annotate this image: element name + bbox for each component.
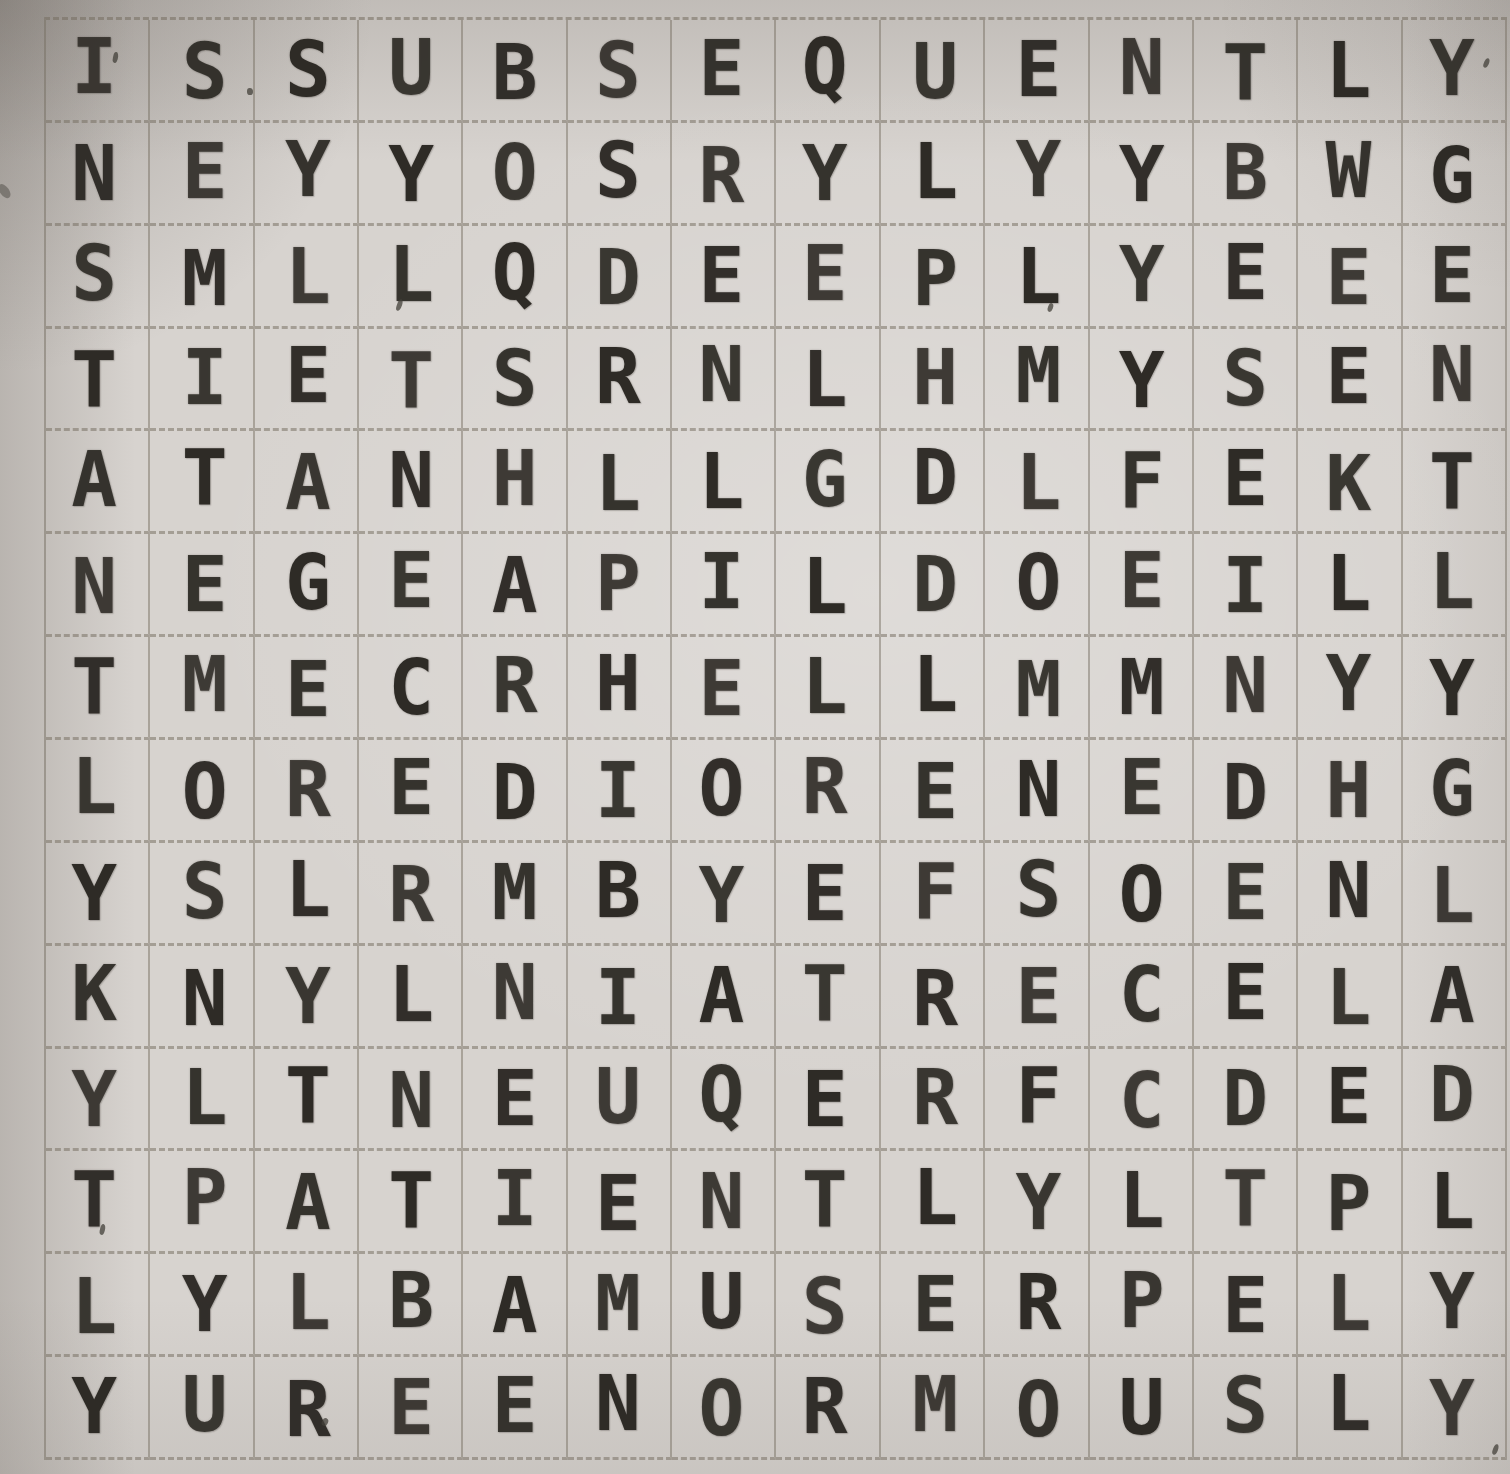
grid-cell[interactable]: Q xyxy=(776,20,880,123)
grid-cell[interactable]: T xyxy=(150,431,254,534)
grid-cell[interactable]: H xyxy=(463,431,567,534)
grid-cell[interactable]: E xyxy=(881,740,985,843)
grid-letter: N xyxy=(388,443,434,519)
grid-cell[interactable]: A xyxy=(255,431,359,534)
grid-letter: M xyxy=(1119,650,1165,726)
grid-letter: E xyxy=(802,236,848,312)
grid-letter: N xyxy=(71,136,117,212)
grid-cell[interactable]: A xyxy=(46,431,150,534)
grid-cell[interactable]: E xyxy=(568,1151,672,1254)
grid-cell[interactable]: R xyxy=(255,1357,359,1460)
grid-letter: Q xyxy=(698,1057,744,1133)
grid-cell[interactable]: D xyxy=(463,740,567,843)
grid-cell[interactable]: L xyxy=(46,740,150,843)
grid-cell[interactable]: M xyxy=(463,843,567,946)
grid-cell[interactable]: I xyxy=(568,946,672,1049)
grid-letter: Q xyxy=(492,235,538,311)
grid-cell[interactable]: E xyxy=(1194,946,1298,1049)
grid-letter: L xyxy=(1016,445,1062,521)
grid-cell[interactable]: P xyxy=(150,1151,254,1254)
grid-cell[interactable]: S xyxy=(46,226,150,329)
grid-cell[interactable]: Y xyxy=(1403,1357,1507,1460)
grid-letter: Y xyxy=(182,1267,228,1343)
grid-cell[interactable]: R xyxy=(255,740,359,843)
grid-cell[interactable]: R xyxy=(359,843,463,946)
grid-cell[interactable]: E xyxy=(1194,1254,1298,1357)
grid-cell[interactable]: L xyxy=(776,534,880,637)
grid-cell[interactable]: T xyxy=(46,1151,150,1254)
grid-cell[interactable]: Y xyxy=(255,946,359,1049)
grid-cell[interactable]: F xyxy=(881,843,985,946)
grid-letter: L xyxy=(912,1160,958,1236)
grid-letter: M xyxy=(492,855,538,931)
grid-cell[interactable]: N xyxy=(985,740,1089,843)
grid-cell[interactable]: S xyxy=(150,843,254,946)
grid-letter: B xyxy=(1222,135,1268,211)
grid-cell[interactable]: E xyxy=(1194,431,1298,534)
grid-cell[interactable]: L xyxy=(1298,1254,1402,1357)
grid-cell[interactable]: N xyxy=(359,431,463,534)
grid-cell[interactable]: L xyxy=(255,1254,359,1357)
grid-cell[interactable]: U xyxy=(881,20,985,123)
grid-letter: Y xyxy=(71,1062,117,1138)
grid-cell[interactable]: F xyxy=(1090,431,1194,534)
grid-letter: F xyxy=(912,854,958,930)
grid-cell[interactable]: D xyxy=(881,431,985,534)
grid-letter: M xyxy=(595,1266,641,1342)
grid-cell[interactable]: L xyxy=(1403,1151,1507,1254)
grid-letter: L xyxy=(1326,960,1372,1036)
grid-letter: E xyxy=(1222,855,1268,931)
grid-letter: T xyxy=(1222,1161,1268,1237)
grid-letter: I xyxy=(71,29,117,105)
grid-cell[interactable]: M xyxy=(150,226,254,329)
grid-letter: A xyxy=(71,442,117,518)
grid-cell[interactable]: R xyxy=(776,740,880,843)
grid-cell[interactable]: E xyxy=(672,637,776,740)
grid-letter: L xyxy=(912,134,958,210)
grid-cell[interactable]: L xyxy=(1298,534,1402,637)
grid-cell[interactable]: L xyxy=(359,226,463,329)
grid-letter: A xyxy=(492,548,538,624)
grid-cell[interactable]: N xyxy=(46,123,150,226)
grid-cell[interactable]: A xyxy=(463,1254,567,1357)
grid-letter: T xyxy=(802,1162,848,1238)
grid-cell[interactable]: I xyxy=(672,534,776,637)
grid-cell[interactable]: Q xyxy=(672,1049,776,1152)
grid-cell[interactable]: B xyxy=(359,1254,463,1357)
grid-letter: I xyxy=(182,340,228,416)
grid-cell[interactable]: N xyxy=(672,1151,776,1254)
grid-letter: O xyxy=(698,751,744,827)
grid-cell[interactable]: M xyxy=(881,1357,985,1460)
grid-cell[interactable]: Q xyxy=(463,226,567,329)
grid-cell[interactable]: Y xyxy=(255,123,359,226)
grid-cell[interactable]: D xyxy=(1194,1049,1298,1152)
grid-letter: Y xyxy=(698,858,744,934)
grid-cell[interactable]: C xyxy=(1090,1049,1194,1152)
grid-cell[interactable]: U xyxy=(1090,1357,1194,1460)
grid-cell[interactable]: T xyxy=(1194,1151,1298,1254)
grid-cell[interactable]: E xyxy=(359,534,463,637)
grid-cell[interactable]: H xyxy=(881,329,985,432)
grid-letter: E xyxy=(912,754,958,830)
grid-cell[interactable]: R xyxy=(881,946,985,1049)
grid-cell[interactable]: S xyxy=(1194,329,1298,432)
grid-letter: L xyxy=(388,957,434,1033)
grid-cell[interactable]: M xyxy=(985,637,1089,740)
grid-cell[interactable]: C xyxy=(359,637,463,740)
grid-cell[interactable]: E xyxy=(150,534,254,637)
grid-cell[interactable]: N xyxy=(46,534,150,637)
grid-letter: E xyxy=(285,338,331,414)
grid-letter: A xyxy=(698,958,744,1034)
grid-cell[interactable]: Y xyxy=(46,843,150,946)
grid-cell[interactable]: I xyxy=(46,20,150,123)
grid-cell[interactable]: O xyxy=(463,123,567,226)
grid-cell[interactable]: B xyxy=(463,20,567,123)
grid-letter: Y xyxy=(1119,137,1165,213)
grid-letter: T xyxy=(802,956,848,1032)
grid-cell[interactable]: N xyxy=(463,946,567,1049)
grid-cell[interactable]: Y xyxy=(1298,637,1402,740)
grid-letter: L xyxy=(802,649,848,725)
grid-cell[interactable]: R xyxy=(463,637,567,740)
grid-letter: I xyxy=(1222,548,1268,624)
grid-cell[interactable]: Y xyxy=(1403,637,1507,740)
grid-letter: E xyxy=(698,31,744,107)
grid-cell[interactable]: F xyxy=(985,1049,1089,1152)
grid-cell[interactable]: L xyxy=(568,431,672,534)
grid-cell[interactable]: A xyxy=(672,946,776,1049)
grid-cell[interactable]: E xyxy=(463,1357,567,1460)
grid-cell[interactable]: L xyxy=(881,123,985,226)
grid-cell[interactable]: E xyxy=(359,740,463,843)
grid-cell[interactable]: E xyxy=(255,329,359,432)
grid-cell[interactable]: E xyxy=(672,20,776,123)
grid-cell[interactable]: L xyxy=(985,431,1089,534)
grid-letter: E xyxy=(492,1061,538,1137)
grid-cell[interactable]: T xyxy=(46,637,150,740)
grid-letter: A xyxy=(285,1165,331,1241)
grid-cell[interactable]: Y xyxy=(46,1049,150,1152)
grid-cell[interactable]: L xyxy=(776,637,880,740)
grid-cell[interactable]: Y xyxy=(776,123,880,226)
grid-cell[interactable]: P xyxy=(568,534,672,637)
grid-cell[interactable]: L xyxy=(1298,1357,1402,1460)
grid-cell[interactable]: Y xyxy=(359,123,463,226)
grid-cell[interactable]: E xyxy=(1194,843,1298,946)
grid-cell[interactable]: S xyxy=(1194,1357,1298,1460)
grid-cell[interactable]: N xyxy=(568,1357,672,1460)
grid-cell[interactable]: O xyxy=(1090,843,1194,946)
grid-cell[interactable]: E xyxy=(776,226,880,329)
grid-letter: O xyxy=(492,135,538,211)
grid-cell[interactable]: T xyxy=(1403,431,1507,534)
grid-cell[interactable]: S xyxy=(255,20,359,123)
grid-cell[interactable]: L xyxy=(150,1049,254,1152)
grid-cell[interactable]: Y xyxy=(150,1254,254,1357)
grid-cell[interactable]: R xyxy=(985,1254,1089,1357)
grid-letter: G xyxy=(1429,751,1475,827)
ink-speck xyxy=(247,88,253,95)
grid-cell[interactable]: E xyxy=(672,226,776,329)
grid-cell[interactable]: E xyxy=(463,1049,567,1152)
grid-letter: C xyxy=(388,650,434,726)
grid-cell[interactable]: N xyxy=(359,1049,463,1152)
grid-cell[interactable]: P xyxy=(1090,1254,1194,1357)
grid-cell[interactable]: P xyxy=(1298,1151,1402,1254)
grid-cell[interactable]: O xyxy=(985,534,1089,637)
grid-cell[interactable]: R xyxy=(672,123,776,226)
grid-cell[interactable]: G xyxy=(776,431,880,534)
grid-letter: T xyxy=(388,343,434,419)
grid-cell[interactable]: E xyxy=(255,637,359,740)
grid-letter: P xyxy=(1119,1263,1165,1339)
grid-letter: Y xyxy=(71,1369,117,1445)
grid-cell[interactable]: Y xyxy=(1090,329,1194,432)
grid-letter: R xyxy=(912,961,958,1037)
grid-cell[interactable]: N xyxy=(1090,20,1194,123)
grid-cell[interactable]: L xyxy=(255,843,359,946)
grid-cell[interactable]: Y xyxy=(1090,123,1194,226)
grid-cell[interactable]: Y xyxy=(672,843,776,946)
grid-cell[interactable]: Y xyxy=(985,1151,1089,1254)
grid-cell[interactable]: T xyxy=(776,946,880,1049)
grid-letter: I xyxy=(595,753,641,829)
grid-letter: A xyxy=(285,445,331,521)
grid-letter: E xyxy=(912,1267,958,1343)
grid-cell[interactable]: T xyxy=(46,329,150,432)
grid-cell[interactable]: U xyxy=(672,1254,776,1357)
grid-letter: A xyxy=(492,1268,538,1344)
grid-cell[interactable]: E xyxy=(1194,226,1298,329)
grid-cell[interactable]: L xyxy=(672,431,776,534)
grid-letter: T xyxy=(71,342,117,418)
grid-cell[interactable]: T xyxy=(776,1151,880,1254)
grid-cell[interactable]: L xyxy=(255,226,359,329)
grid-letter: R xyxy=(595,339,641,415)
grid-cell[interactable]: S xyxy=(985,843,1089,946)
grid-cell[interactable]: Y xyxy=(46,1357,150,1460)
grid-letter: S xyxy=(802,1269,848,1345)
grid-letter: N xyxy=(1326,853,1372,929)
grid-letter: S xyxy=(285,32,331,108)
grid-letter: M xyxy=(1016,652,1062,728)
grid-cell[interactable]: Y xyxy=(1090,226,1194,329)
grid-cell[interactable]: L xyxy=(776,329,880,432)
grid-cell[interactable]: L xyxy=(46,1254,150,1357)
grid-letter: R xyxy=(912,1060,958,1136)
grid-cell[interactable]: T xyxy=(1194,20,1298,123)
grid-letter: L xyxy=(1326,1266,1372,1342)
grid-letter: R xyxy=(492,648,538,724)
grid-cell[interactable]: T xyxy=(359,329,463,432)
grid-cell[interactable]: O xyxy=(672,740,776,843)
grid-letter: Y xyxy=(1429,1371,1475,1447)
grid-letter: R xyxy=(802,1369,848,1445)
grid-cell[interactable]: E xyxy=(1298,329,1402,432)
grid-letter: L xyxy=(595,446,641,522)
grid-cell[interactable]: G xyxy=(1403,123,1507,226)
grid-letter: N xyxy=(1016,752,1062,828)
grid-letter: L xyxy=(1429,1164,1475,1240)
grid-letter: L xyxy=(71,1269,117,1345)
grid-letter: E xyxy=(698,238,744,314)
grid-cell[interactable]: E xyxy=(1298,226,1402,329)
grid-cell[interactable]: E xyxy=(776,843,880,946)
grid-letter: S xyxy=(182,854,228,930)
grid-cell[interactable]: S xyxy=(150,20,254,123)
grid-letter: W xyxy=(1326,133,1372,209)
grid-cell[interactable]: Y xyxy=(1403,20,1507,123)
grid-letter: U xyxy=(698,1264,744,1340)
grid-letter: Y xyxy=(1429,651,1475,727)
grid-letter: G xyxy=(285,545,331,621)
grid-cell[interactable]: D xyxy=(568,226,672,329)
grid-cell[interactable]: U xyxy=(359,20,463,123)
grid-cell[interactable]: W xyxy=(1298,123,1402,226)
grid-letter: L xyxy=(1016,239,1062,315)
grid-letter: E xyxy=(1222,955,1268,1031)
grid-letter: E xyxy=(1016,959,1062,1035)
grid-cell[interactable]: E xyxy=(1298,1049,1402,1152)
grid-cell[interactable]: M xyxy=(985,329,1089,432)
grid-cell[interactable]: I xyxy=(1194,534,1298,637)
grid-cell[interactable]: T xyxy=(255,1049,359,1152)
grid-cell[interactable]: N xyxy=(672,329,776,432)
grid-cell[interactable]: B xyxy=(1194,123,1298,226)
grid-letter: E xyxy=(182,547,228,623)
grid-cell[interactable]: I xyxy=(463,1151,567,1254)
grid-cell[interactable]: Y xyxy=(985,123,1089,226)
grid-cell[interactable]: N xyxy=(1403,329,1507,432)
grid-letter: S xyxy=(595,133,641,209)
grid-cell[interactable]: C xyxy=(1090,946,1194,1049)
grid-cell[interactable]: O xyxy=(672,1357,776,1460)
grid-cell[interactable]: G xyxy=(1403,740,1507,843)
grid-letter: P xyxy=(595,546,641,622)
grid-cell[interactable]: H xyxy=(1298,740,1402,843)
grid-cell[interactable]: S xyxy=(568,20,672,123)
grid-cell[interactable]: L xyxy=(881,637,985,740)
grid-letter: E xyxy=(1326,1059,1372,1135)
grid-letter: Q xyxy=(802,29,848,105)
grid-cell[interactable]: I xyxy=(150,329,254,432)
grid-letter: E xyxy=(698,651,744,727)
grid-cell[interactable]: E xyxy=(881,1254,985,1357)
grid-cell[interactable]: S xyxy=(463,329,567,432)
grid-cell[interactable]: H xyxy=(568,637,672,740)
grid-cell[interactable]: S xyxy=(568,123,672,226)
grid-cell[interactable]: A xyxy=(1403,946,1507,1049)
grid-letter: R xyxy=(388,857,434,933)
grid-cell[interactable]: K xyxy=(46,946,150,1049)
grid-cell[interactable]: G xyxy=(255,534,359,637)
grid-cell[interactable]: E xyxy=(985,946,1089,1049)
grid-letter: E xyxy=(1222,1268,1268,1344)
grid-letter: L xyxy=(285,239,331,315)
grid-letter: P xyxy=(912,241,958,317)
grid-cell[interactable]: D xyxy=(1403,1049,1507,1152)
grid-cell[interactable]: O xyxy=(985,1357,1089,1460)
grid-cell[interactable]: M xyxy=(1090,637,1194,740)
grid-letter: R xyxy=(285,752,331,828)
grid-cell[interactable]: S xyxy=(776,1254,880,1357)
grid-cell[interactable]: L xyxy=(1298,20,1402,123)
grid-letter: N xyxy=(388,1063,434,1139)
grid-cell[interactable]: M xyxy=(568,1254,672,1357)
grid-letter: L xyxy=(1326,1366,1372,1442)
grid-letter: T xyxy=(388,1163,434,1239)
grid-cell[interactable]: E xyxy=(985,20,1089,123)
grid-letter: H xyxy=(912,340,958,416)
grid-cell[interactable]: D xyxy=(1194,740,1298,843)
grid-cell[interactable]: D xyxy=(881,534,985,637)
grid-cell[interactable]: A xyxy=(255,1151,359,1254)
grid-cell[interactable]: K xyxy=(1298,431,1402,534)
grid-cell[interactable]: B xyxy=(568,843,672,946)
grid-cell[interactable]: I xyxy=(568,740,672,843)
grid-cell[interactable]: L xyxy=(881,1151,985,1254)
grid-cell[interactable]: L xyxy=(359,946,463,1049)
grid-cell[interactable]: L xyxy=(1298,946,1402,1049)
grid-cell[interactable]: R xyxy=(881,1049,985,1152)
grid-cell[interactable]: T xyxy=(359,1151,463,1254)
grid-cell[interactable]: N xyxy=(1298,843,1402,946)
grid-cell[interactable]: N xyxy=(150,946,254,1049)
grid-letter: N xyxy=(595,1366,641,1442)
grid-cell[interactable]: O xyxy=(150,740,254,843)
grid-letter: S xyxy=(492,341,538,417)
grid-cell[interactable]: U xyxy=(568,1049,672,1152)
grid-letter: I xyxy=(595,960,641,1036)
grid-cell[interactable]: U xyxy=(150,1357,254,1460)
grid-cell[interactable]: Y xyxy=(1403,1254,1507,1357)
grid-cell[interactable]: E xyxy=(359,1357,463,1460)
grid-cell[interactable]: A xyxy=(463,534,567,637)
grid-cell[interactable]: P xyxy=(881,226,985,329)
grid-letter: B xyxy=(595,853,641,929)
grid-cell[interactable]: R xyxy=(776,1357,880,1460)
grid-cell[interactable]: E xyxy=(1403,226,1507,329)
grid-cell[interactable]: N xyxy=(1194,637,1298,740)
grid-letter: E xyxy=(802,1062,848,1138)
grid-cell[interactable]: E xyxy=(776,1049,880,1152)
grid-cell[interactable]: R xyxy=(568,329,672,432)
grid-cell[interactable]: M xyxy=(150,637,254,740)
grid-cell[interactable]: L xyxy=(1090,1151,1194,1254)
grid-cell[interactable]: L xyxy=(985,226,1089,329)
grid-letter: B xyxy=(492,35,538,111)
grid-letter: M xyxy=(912,1367,958,1443)
grid-letter: L xyxy=(1326,33,1372,109)
grid-letter: N xyxy=(698,337,744,413)
grid-cell[interactable]: E xyxy=(1090,740,1194,843)
grid-letter: E xyxy=(182,134,228,210)
grid-letter: E xyxy=(1119,750,1165,826)
grid-cell[interactable]: L xyxy=(1403,843,1507,946)
grid-cell[interactable]: E xyxy=(1090,534,1194,637)
grid-cell[interactable]: E xyxy=(150,123,254,226)
grid-letter: E xyxy=(595,1166,641,1242)
grid-letter: F xyxy=(1119,443,1165,519)
grid-letter: M xyxy=(1016,338,1062,414)
grid-cell[interactable]: L xyxy=(1403,534,1507,637)
grid-letter: O xyxy=(698,1371,744,1447)
grid-letter: Y xyxy=(1429,1264,1475,1340)
grid-letter: Y xyxy=(1119,237,1165,313)
